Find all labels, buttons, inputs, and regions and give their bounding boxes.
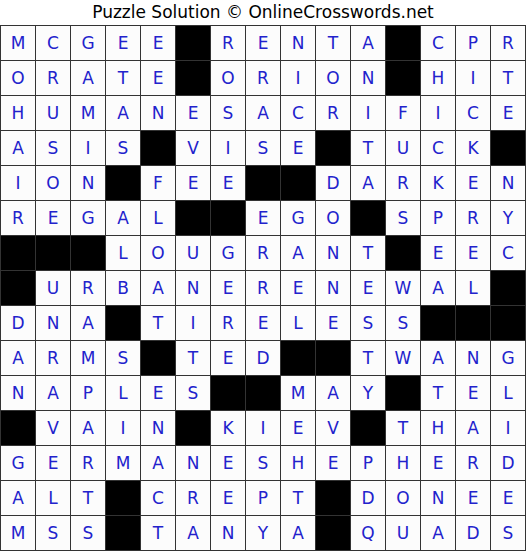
black-cell-r5c4	[106, 166, 140, 200]
letter-cell-r13c6: N	[176, 446, 210, 480]
letter-cell-r10c2: R	[36, 341, 70, 375]
crossword-grid: MCGEERENTACPRORATEORIONHITHUMANESACRIFIC…	[0, 25, 526, 551]
letter-cell-r15c9: A	[281, 516, 315, 550]
letter-cell-r6c12: S	[386, 201, 420, 235]
letter-cell-r15c13: A	[421, 516, 455, 550]
letter-cell-r8c11: E	[351, 271, 385, 305]
letter-cell-r8c2: U	[36, 271, 70, 305]
letter-cell-r6c13: P	[421, 201, 455, 235]
black-cell-r6c11	[351, 201, 385, 235]
letter-cell-r3c6: E	[176, 96, 210, 130]
letter-cell-r13c11: P	[351, 446, 385, 480]
letter-cell-r5c14: E	[456, 166, 490, 200]
letter-cell-r2c1: O	[1, 61, 35, 95]
letter-cell-r15c1: M	[1, 516, 35, 550]
letter-cell-r14c11: D	[351, 481, 385, 515]
black-cell-r14c10	[316, 481, 350, 515]
letter-cell-r5c7: E	[211, 166, 245, 200]
black-cell-r9c4	[106, 306, 140, 340]
letter-cell-r13c9: H	[281, 446, 315, 480]
letter-cell-r1c1: M	[1, 26, 35, 60]
letter-cell-r6c14: R	[456, 201, 490, 235]
letter-cell-r7c13: E	[421, 236, 455, 270]
letter-cell-r2c3: A	[71, 61, 105, 95]
letter-cell-r13c3: R	[71, 446, 105, 480]
letter-cell-r7c11: T	[351, 236, 385, 270]
black-cell-r6c6	[176, 201, 210, 235]
letter-cell-r14c6: R	[176, 481, 210, 515]
letter-cell-r13c7: E	[211, 446, 245, 480]
black-cell-r10c10	[316, 341, 350, 375]
letter-cell-r4c7: I	[211, 131, 245, 165]
letter-cell-r5c5: F	[141, 166, 175, 200]
letter-cell-r4c4: S	[106, 131, 140, 165]
letter-cell-r12c13: H	[421, 411, 455, 445]
letter-cell-r2c11: N	[351, 61, 385, 95]
letter-cell-r7c10: N	[316, 236, 350, 270]
black-cell-r4c15	[491, 131, 525, 165]
letter-cell-r15c5: T	[141, 516, 175, 550]
letter-cell-r9c7: R	[211, 306, 245, 340]
letter-cell-r13c4: M	[106, 446, 140, 480]
letter-cell-r1c8: E	[246, 26, 280, 60]
letter-cell-r10c15: G	[491, 341, 525, 375]
letter-cell-r10c11: T	[351, 341, 385, 375]
letter-cell-r2c2: R	[36, 61, 70, 95]
letter-cell-r10c14: N	[456, 341, 490, 375]
letter-cell-r15c7: N	[211, 516, 245, 550]
letter-cell-r2c9: I	[281, 61, 315, 95]
letter-cell-r12c2: V	[36, 411, 70, 445]
letter-cell-r6c9: G	[281, 201, 315, 235]
letter-cell-r14c7: E	[211, 481, 245, 515]
letter-cell-r2c15: T	[491, 61, 525, 95]
black-cell-r7c3	[71, 236, 105, 270]
letter-cell-r15c6: A	[176, 516, 210, 550]
letter-cell-r11c2: A	[36, 376, 70, 410]
letter-cell-r10c3: M	[71, 341, 105, 375]
letter-cell-r14c14: E	[456, 481, 490, 515]
letter-cell-r3c4: A	[106, 96, 140, 130]
black-cell-r5c8	[246, 166, 280, 200]
letter-cell-r12c8: I	[246, 411, 280, 445]
letter-cell-r12c9: E	[281, 411, 315, 445]
letter-cell-r3c10: R	[316, 96, 350, 130]
letter-cell-r12c7: K	[211, 411, 245, 445]
letter-cell-r8c6: N	[176, 271, 210, 305]
letter-cell-r1c15: R	[491, 26, 525, 60]
letter-cell-r15c8: Y	[246, 516, 280, 550]
black-cell-r11c8	[246, 376, 280, 410]
letter-cell-r7c7: G	[211, 236, 245, 270]
black-cell-r8c15	[491, 271, 525, 305]
letter-cell-r5c15: N	[491, 166, 525, 200]
letter-cell-r3c11: I	[351, 96, 385, 130]
letter-cell-r6c3: G	[71, 201, 105, 235]
letter-cell-r9c11: S	[351, 306, 385, 340]
letter-cell-r15c2: S	[36, 516, 70, 550]
letter-cell-r4c1: A	[1, 131, 35, 165]
letter-cell-r8c8: R	[246, 271, 280, 305]
letter-cell-r7c15: C	[491, 236, 525, 270]
black-cell-r15c10	[316, 516, 350, 550]
black-cell-r9c14	[456, 306, 490, 340]
letter-cell-r11c15: L	[491, 376, 525, 410]
letter-cell-r11c6: S	[176, 376, 210, 410]
letter-cell-r6c10: O	[316, 201, 350, 235]
letter-cell-r9c8: E	[246, 306, 280, 340]
black-cell-r9c13	[421, 306, 455, 340]
letter-cell-r12c12: T	[386, 411, 420, 445]
letter-cell-r8c13: A	[421, 271, 455, 305]
black-cell-r15c4	[106, 516, 140, 550]
letter-cell-r14c9: T	[281, 481, 315, 515]
letter-cell-r3c15: E	[491, 96, 525, 130]
letter-cell-r5c6: E	[176, 166, 210, 200]
letter-cell-r8c4: B	[106, 271, 140, 305]
letter-cell-r9c12: S	[386, 306, 420, 340]
letter-cell-r6c8: E	[246, 201, 280, 235]
letter-cell-r3c1: H	[1, 96, 35, 130]
letter-cell-r2c4: T	[106, 61, 140, 95]
letter-cell-r12c15: I	[491, 411, 525, 445]
letter-cell-r2c13: H	[421, 61, 455, 95]
letter-cell-r14c15: E	[491, 481, 525, 515]
letter-cell-r1c2: C	[36, 26, 70, 60]
letter-cell-r4c14: K	[456, 131, 490, 165]
letter-cell-r8c10: N	[316, 271, 350, 305]
letter-cell-r3c8: A	[246, 96, 280, 130]
black-cell-r10c9	[281, 341, 315, 375]
letter-cell-r11c4: L	[106, 376, 140, 410]
black-cell-r7c12	[386, 236, 420, 270]
letter-cell-r4c11: T	[351, 131, 385, 165]
letter-cell-r15c3: S	[71, 516, 105, 550]
letter-cell-r13c13: E	[421, 446, 455, 480]
letter-cell-r8c7: E	[211, 271, 245, 305]
black-cell-r6c7	[211, 201, 245, 235]
letter-cell-r5c13: K	[421, 166, 455, 200]
letter-cell-r10c8: D	[246, 341, 280, 375]
letter-cell-r3c2: U	[36, 96, 70, 130]
letter-cell-r5c11: A	[351, 166, 385, 200]
letter-cell-r11c1: N	[1, 376, 35, 410]
letter-cell-r4c13: C	[421, 131, 455, 165]
letter-cell-r7c4: L	[106, 236, 140, 270]
letter-cell-r13c1: G	[1, 446, 35, 480]
letter-cell-r1c11: A	[351, 26, 385, 60]
letter-cell-r3c7: S	[211, 96, 245, 130]
letter-cell-r12c3: A	[71, 411, 105, 445]
letter-cell-r2c7: O	[211, 61, 245, 95]
black-cell-r11c7	[211, 376, 245, 410]
black-cell-r9c15	[491, 306, 525, 340]
letter-cell-r7c6: U	[176, 236, 210, 270]
letter-cell-r7c9: A	[281, 236, 315, 270]
letter-cell-r13c14: R	[456, 446, 490, 480]
black-cell-r7c1	[1, 236, 35, 270]
letter-cell-r3c14: C	[456, 96, 490, 130]
letter-cell-r14c13: N	[421, 481, 455, 515]
letter-cell-r1c4: E	[106, 26, 140, 60]
letter-cell-r8c5: A	[141, 271, 175, 305]
letter-cell-r4c6: V	[176, 131, 210, 165]
letter-cell-r1c9: N	[281, 26, 315, 60]
black-cell-r2c12	[386, 61, 420, 95]
letter-cell-r5c1: I	[1, 166, 35, 200]
letter-cell-r14c1: A	[1, 481, 35, 515]
letter-cell-r3c12: F	[386, 96, 420, 130]
letter-cell-r4c2: S	[36, 131, 70, 165]
puzzle-solution-page: Puzzle Solution © OnlineCrosswords.net M…	[0, 0, 526, 551]
letter-cell-r1c10: T	[316, 26, 350, 60]
letter-cell-r6c5: L	[141, 201, 175, 235]
letter-cell-r15c14: D	[456, 516, 490, 550]
letter-cell-r10c1: A	[1, 341, 35, 375]
letter-cell-r12c14: A	[456, 411, 490, 445]
letter-cell-r10c12: W	[386, 341, 420, 375]
black-cell-r12c11	[351, 411, 385, 445]
letter-cell-r3c13: I	[421, 96, 455, 130]
black-cell-r14c4	[106, 481, 140, 515]
letter-cell-r10c7: E	[211, 341, 245, 375]
black-cell-r11c12	[386, 376, 420, 410]
letter-cell-r1c7: R	[211, 26, 245, 60]
letter-cell-r5c10: D	[316, 166, 350, 200]
black-cell-r4c5	[141, 131, 175, 165]
letter-cell-r11c11: Y	[351, 376, 385, 410]
letter-cell-r2c10: O	[316, 61, 350, 95]
letter-cell-r8c3: R	[71, 271, 105, 305]
letter-cell-r13c15: D	[491, 446, 525, 480]
letter-cell-r4c9: E	[281, 131, 315, 165]
letter-cell-r9c2: N	[36, 306, 70, 340]
letter-cell-r10c13: A	[421, 341, 455, 375]
letter-cell-r1c13: C	[421, 26, 455, 60]
letter-cell-r12c10: V	[316, 411, 350, 445]
letter-cell-r3c3: M	[71, 96, 105, 130]
letter-cell-r1c5: E	[141, 26, 175, 60]
letter-cell-r12c4: I	[106, 411, 140, 445]
letter-cell-r8c12: W	[386, 271, 420, 305]
letter-cell-r14c3: T	[71, 481, 105, 515]
black-cell-r8c1	[1, 271, 35, 305]
letter-cell-r4c3: I	[71, 131, 105, 165]
letter-cell-r9c3: A	[71, 306, 105, 340]
letter-cell-r13c8: S	[246, 446, 280, 480]
letter-cell-r13c12: H	[386, 446, 420, 480]
letter-cell-r7c5: O	[141, 236, 175, 270]
letter-cell-r15c15: S	[491, 516, 525, 550]
letter-cell-r5c12: R	[386, 166, 420, 200]
letter-cell-r13c10: E	[316, 446, 350, 480]
letter-cell-r5c3: N	[71, 166, 105, 200]
letter-cell-r14c8: P	[246, 481, 280, 515]
page-title: Puzzle Solution © OnlineCrosswords.net	[0, 0, 526, 25]
letter-cell-r11c14: E	[456, 376, 490, 410]
black-cell-r12c1	[1, 411, 35, 445]
letter-cell-r7c14: E	[456, 236, 490, 270]
letter-cell-r6c1: R	[1, 201, 35, 235]
letter-cell-r9c5: T	[141, 306, 175, 340]
letter-cell-r6c15: Y	[491, 201, 525, 235]
letter-cell-r13c5: A	[141, 446, 175, 480]
letter-cell-r10c6: T	[176, 341, 210, 375]
letter-cell-r9c1: D	[1, 306, 35, 340]
letter-cell-r3c5: N	[141, 96, 175, 130]
letter-cell-r15c11: Q	[351, 516, 385, 550]
letter-cell-r10c4: S	[106, 341, 140, 375]
letter-cell-r15c12: U	[386, 516, 420, 550]
letter-cell-r12c5: N	[141, 411, 175, 445]
letter-cell-r4c12: U	[386, 131, 420, 165]
black-cell-r4c10	[316, 131, 350, 165]
letter-cell-r9c10: E	[316, 306, 350, 340]
letter-cell-r8c14: L	[456, 271, 490, 305]
letter-cell-r14c2: L	[36, 481, 70, 515]
letter-cell-r2c14: I	[456, 61, 490, 95]
letter-cell-r11c3: P	[71, 376, 105, 410]
letter-cell-r11c10: A	[316, 376, 350, 410]
letter-cell-r2c5: E	[141, 61, 175, 95]
letter-cell-r3c9: C	[281, 96, 315, 130]
black-cell-r5c9	[281, 166, 315, 200]
black-cell-r1c12	[386, 26, 420, 60]
letter-cell-r6c4: A	[106, 201, 140, 235]
letter-cell-r7c8: R	[246, 236, 280, 270]
letter-cell-r4c8: S	[246, 131, 280, 165]
letter-cell-r9c6: I	[176, 306, 210, 340]
letter-cell-r14c5: C	[141, 481, 175, 515]
letter-cell-r1c14: P	[456, 26, 490, 60]
letter-cell-r6c2: E	[36, 201, 70, 235]
black-cell-r1c6	[176, 26, 210, 60]
letter-cell-r11c5: E	[141, 376, 175, 410]
letter-cell-r11c9: M	[281, 376, 315, 410]
letter-cell-r1c3: G	[71, 26, 105, 60]
letter-cell-r14c12: O	[386, 481, 420, 515]
letter-cell-r5c2: O	[36, 166, 70, 200]
letter-cell-r8c9: E	[281, 271, 315, 305]
letter-cell-r13c2: E	[36, 446, 70, 480]
letter-cell-r11c13: T	[421, 376, 455, 410]
black-cell-r10c5	[141, 341, 175, 375]
black-cell-r2c6	[176, 61, 210, 95]
black-cell-r12c6	[176, 411, 210, 445]
letter-cell-r2c8: R	[246, 61, 280, 95]
black-cell-r7c2	[36, 236, 70, 270]
letter-cell-r9c9: L	[281, 306, 315, 340]
